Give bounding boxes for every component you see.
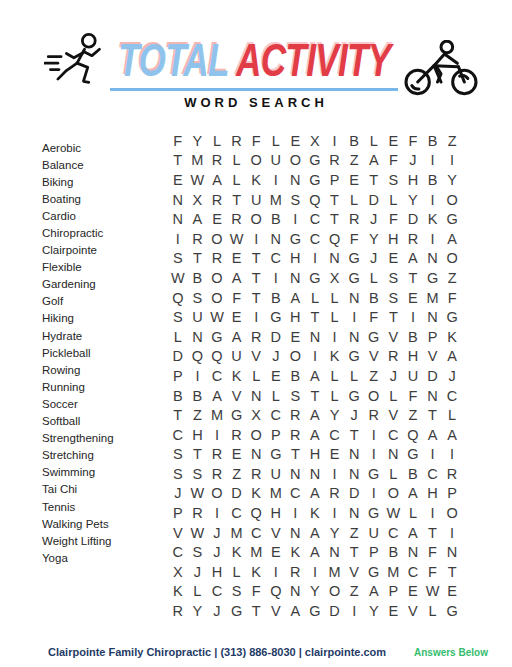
grid-cell[interactable]: A bbox=[207, 170, 227, 190]
grid-cell[interactable]: E bbox=[403, 288, 423, 308]
grid-cell[interactable]: P bbox=[423, 327, 443, 347]
grid-cell[interactable]: U bbox=[266, 464, 286, 484]
grid-cell[interactable]: R bbox=[207, 464, 227, 484]
grid-cell[interactable]: L bbox=[384, 190, 404, 210]
grid-cell[interactable]: S bbox=[227, 582, 247, 602]
grid-cell[interactable]: E bbox=[384, 601, 404, 621]
grid-cell[interactable]: R bbox=[325, 484, 345, 504]
grid-cell[interactable]: M bbox=[188, 151, 208, 171]
grid-cell[interactable]: L bbox=[188, 582, 208, 602]
grid-cell[interactable]: E bbox=[207, 209, 227, 229]
grid-cell[interactable]: M bbox=[266, 190, 286, 210]
grid-cell[interactable]: S bbox=[384, 170, 404, 190]
grid-cell[interactable]: Y bbox=[364, 601, 384, 621]
grid-cell[interactable]: U bbox=[246, 190, 266, 210]
grid-cell[interactable]: I bbox=[266, 562, 286, 582]
grid-cell[interactable]: N bbox=[246, 386, 266, 406]
grid-cell[interactable]: V bbox=[227, 386, 247, 406]
grid-cell[interactable]: F bbox=[403, 131, 423, 151]
grid-cell[interactable]: C bbox=[286, 484, 306, 504]
grid-cell[interactable]: S bbox=[168, 307, 188, 327]
grid-cell[interactable]: V bbox=[246, 347, 266, 367]
grid-cell[interactable]: T bbox=[168, 151, 188, 171]
grid-cell[interactable]: I bbox=[364, 425, 384, 445]
grid-cell[interactable]: K bbox=[305, 503, 325, 523]
grid-cell[interactable]: N bbox=[325, 249, 345, 269]
grid-cell[interactable]: G bbox=[344, 268, 364, 288]
grid-cell[interactable]: P bbox=[384, 582, 404, 602]
grid-cell[interactable]: G bbox=[364, 327, 384, 347]
grid-cell[interactable]: I bbox=[403, 307, 423, 327]
grid-cell[interactable]: D bbox=[168, 347, 188, 367]
grid-cell[interactable]: E bbox=[266, 366, 286, 386]
grid-cell[interactable]: J bbox=[344, 405, 364, 425]
grid-cell[interactable]: T bbox=[344, 542, 364, 562]
grid-cell[interactable]: G bbox=[266, 307, 286, 327]
grid-cell[interactable]: V bbox=[403, 601, 423, 621]
grid-cell[interactable]: Y bbox=[442, 170, 462, 190]
grid-cell[interactable]: P bbox=[325, 170, 345, 190]
grid-cell[interactable]: Z bbox=[442, 268, 462, 288]
grid-cell[interactable]: F bbox=[423, 562, 443, 582]
grid-cell[interactable]: D bbox=[423, 366, 443, 386]
grid-cell[interactable]: K bbox=[423, 209, 443, 229]
grid-cell[interactable]: A bbox=[286, 288, 306, 308]
grid-cell[interactable]: Y bbox=[325, 405, 345, 425]
grid-cell[interactable]: L bbox=[325, 366, 345, 386]
grid-cell[interactable]: M bbox=[325, 562, 345, 582]
grid-cell[interactable]: Z bbox=[344, 523, 364, 543]
grid-cell[interactable]: P bbox=[168, 366, 188, 386]
grid-cell[interactable]: W bbox=[188, 170, 208, 190]
grid-cell[interactable]: G bbox=[403, 445, 423, 465]
grid-cell[interactable]: L bbox=[364, 268, 384, 288]
grid-cell[interactable]: E bbox=[266, 542, 286, 562]
grid-cell[interactable]: R bbox=[207, 445, 227, 465]
grid-cell[interactable]: I bbox=[442, 523, 462, 543]
grid-cell[interactable]: Z bbox=[344, 151, 364, 171]
grid-cell[interactable]: L bbox=[305, 288, 325, 308]
grid-cell[interactable]: G bbox=[364, 503, 384, 523]
grid-cell[interactable]: X bbox=[246, 405, 266, 425]
grid-cell[interactable]: F bbox=[384, 209, 404, 229]
grid-cell[interactable]: E bbox=[384, 249, 404, 269]
grid-cell[interactable]: B bbox=[423, 170, 443, 190]
grid-cell[interactable]: L bbox=[423, 601, 443, 621]
grid-cell[interactable]: R bbox=[168, 601, 188, 621]
grid-cell[interactable]: J bbox=[207, 523, 227, 543]
grid-cell[interactable]: G bbox=[286, 229, 306, 249]
grid-cell[interactable]: E bbox=[227, 249, 247, 269]
grid-cell[interactable]: Q bbox=[403, 425, 423, 445]
grid-cell[interactable]: N bbox=[344, 503, 364, 523]
grid-cell[interactable]: P bbox=[168, 503, 188, 523]
grid-cell[interactable]: Y bbox=[325, 523, 345, 543]
grid-cell[interactable]: Y bbox=[305, 582, 325, 602]
grid-cell[interactable]: S bbox=[384, 288, 404, 308]
grid-cell[interactable]: E bbox=[325, 445, 345, 465]
grid-cell[interactable]: L bbox=[168, 327, 188, 347]
grid-cell[interactable]: I bbox=[266, 170, 286, 190]
grid-cell[interactable]: R bbox=[286, 425, 306, 445]
grid-cell[interactable]: J bbox=[168, 484, 188, 504]
grid-cell[interactable]: Q bbox=[207, 347, 227, 367]
grid-cell[interactable]: P bbox=[442, 484, 462, 504]
grid-cell[interactable]: N bbox=[246, 445, 266, 465]
grid-cell[interactable]: R bbox=[384, 347, 404, 367]
grid-cell[interactable]: X bbox=[305, 131, 325, 151]
grid-cell[interactable]: A bbox=[364, 582, 384, 602]
grid-cell[interactable]: M bbox=[266, 484, 286, 504]
grid-cell[interactable]: C bbox=[207, 366, 227, 386]
grid-cell[interactable]: J bbox=[364, 249, 384, 269]
grid-cell[interactable]: B bbox=[344, 131, 364, 151]
grid-cell[interactable]: X bbox=[168, 562, 188, 582]
grid-cell[interactable]: C bbox=[325, 425, 345, 445]
grid-cell[interactable]: R bbox=[403, 229, 423, 249]
grid-cell[interactable]: T bbox=[364, 170, 384, 190]
grid-cell[interactable]: B bbox=[403, 327, 423, 347]
grid-cell[interactable]: E bbox=[168, 170, 188, 190]
grid-cell[interactable]: I bbox=[305, 249, 325, 269]
grid-cell[interactable]: I bbox=[305, 347, 325, 367]
grid-cell[interactable]: Q bbox=[325, 229, 345, 249]
grid-cell[interactable]: Q bbox=[305, 190, 325, 210]
grid-cell[interactable]: W bbox=[168, 268, 188, 288]
grid-cell[interactable]: R bbox=[246, 464, 266, 484]
grid-cell[interactable]: N bbox=[344, 445, 364, 465]
grid-cell[interactable]: K bbox=[246, 484, 266, 504]
grid-cell[interactable]: W bbox=[207, 307, 227, 327]
grid-cell[interactable]: N bbox=[305, 327, 325, 347]
grid-cell[interactable]: B bbox=[266, 209, 286, 229]
grid-cell[interactable]: S bbox=[286, 190, 306, 210]
grid-cell[interactable]: O bbox=[384, 484, 404, 504]
grid-cell[interactable]: A bbox=[403, 484, 423, 504]
grid-cell[interactable]: M bbox=[207, 405, 227, 425]
grid-cell[interactable]: A bbox=[305, 366, 325, 386]
grid-cell[interactable]: D bbox=[344, 484, 364, 504]
grid-cell[interactable]: P bbox=[266, 425, 286, 445]
grid-cell[interactable]: W bbox=[423, 582, 443, 602]
grid-cell[interactable]: W bbox=[384, 503, 404, 523]
grid-cell[interactable]: S bbox=[286, 386, 306, 406]
grid-cell[interactable]: C bbox=[384, 425, 404, 445]
grid-cell[interactable]: O bbox=[207, 288, 227, 308]
grid-cell[interactable]: I bbox=[364, 484, 384, 504]
grid-cell[interactable]: A bbox=[286, 601, 306, 621]
grid-cell[interactable]: C bbox=[305, 209, 325, 229]
grid-cell[interactable]: J bbox=[364, 209, 384, 229]
grid-cell[interactable]: V bbox=[344, 562, 364, 582]
grid-cell[interactable]: E bbox=[403, 582, 423, 602]
grid-cell[interactable]: N bbox=[344, 327, 364, 347]
grid-cell[interactable]: J bbox=[207, 542, 227, 562]
grid-cell[interactable]: R bbox=[325, 151, 345, 171]
grid-cell[interactable]: O bbox=[442, 503, 462, 523]
grid-cell[interactable]: O bbox=[207, 229, 227, 249]
grid-cell[interactable]: J bbox=[403, 151, 423, 171]
grid-cell[interactable]: M bbox=[227, 523, 247, 543]
grid-cell[interactable]: H bbox=[286, 307, 306, 327]
grid-cell[interactable]: Q bbox=[266, 582, 286, 602]
grid-cell[interactable]: L bbox=[344, 366, 364, 386]
grid-cell[interactable]: O bbox=[286, 347, 306, 367]
grid-cell[interactable]: I bbox=[168, 229, 188, 249]
grid-cell[interactable]: R bbox=[442, 464, 462, 484]
grid-cell[interactable]: G bbox=[207, 327, 227, 347]
grid-cell[interactable]: G bbox=[344, 249, 364, 269]
grid-cell[interactable]: G bbox=[227, 601, 247, 621]
grid-cell[interactable]: E bbox=[442, 582, 462, 602]
grid-cell[interactable]: K bbox=[325, 347, 345, 367]
grid-cell[interactable]: V bbox=[423, 347, 443, 367]
grid-cell[interactable]: R bbox=[207, 249, 227, 269]
grid-cell[interactable]: X bbox=[188, 190, 208, 210]
grid-cell[interactable]: J bbox=[442, 366, 462, 386]
grid-cell[interactable]: B bbox=[266, 288, 286, 308]
grid-cell[interactable]: T bbox=[384, 307, 404, 327]
grid-cell[interactable]: G bbox=[305, 601, 325, 621]
grid-cell[interactable]: C bbox=[384, 523, 404, 543]
grid-cell[interactable]: T bbox=[246, 249, 266, 269]
grid-cell[interactable]: L bbox=[227, 170, 247, 190]
grid-cell[interactable]: W bbox=[227, 229, 247, 249]
grid-cell[interactable]: T bbox=[227, 190, 247, 210]
grid-cell[interactable]: N bbox=[286, 523, 306, 543]
grid-cell[interactable]: I bbox=[325, 503, 345, 523]
grid-cell[interactable]: M bbox=[423, 288, 443, 308]
grid-cell[interactable]: L bbox=[403, 503, 423, 523]
grid-cell[interactable]: Y bbox=[188, 131, 208, 151]
grid-cell[interactable]: O bbox=[325, 582, 345, 602]
grid-cell[interactable]: A bbox=[227, 327, 247, 347]
grid-cell[interactable]: A bbox=[403, 249, 423, 269]
grid-cell[interactable]: G bbox=[423, 268, 443, 288]
grid-cell[interactable]: C bbox=[403, 562, 423, 582]
grid-cell[interactable]: Z bbox=[364, 366, 384, 386]
grid-cell[interactable]: R bbox=[188, 229, 208, 249]
grid-cell[interactable]: O bbox=[207, 268, 227, 288]
grid-cell[interactable]: F bbox=[246, 582, 266, 602]
grid-cell[interactable]: V bbox=[384, 327, 404, 347]
grid-cell[interactable]: N bbox=[423, 249, 443, 269]
grid-cell[interactable]: U bbox=[403, 366, 423, 386]
grid-cell[interactable]: G bbox=[266, 445, 286, 465]
grid-cell[interactable]: I bbox=[442, 445, 462, 465]
grid-cell[interactable]: Z bbox=[227, 464, 247, 484]
grid-cell[interactable]: T bbox=[423, 405, 443, 425]
grid-cell[interactable]: H bbox=[188, 425, 208, 445]
grid-cell[interactable]: L bbox=[384, 386, 404, 406]
grid-cell[interactable]: A bbox=[305, 405, 325, 425]
grid-cell[interactable]: A bbox=[305, 523, 325, 543]
grid-cell[interactable]: A bbox=[227, 268, 247, 288]
grid-cell[interactable]: L bbox=[207, 131, 227, 151]
grid-cell[interactable]: G bbox=[305, 151, 325, 171]
grid-cell[interactable]: G bbox=[344, 347, 364, 367]
grid-cell[interactable]: I bbox=[325, 131, 345, 151]
grid-cell[interactable]: T bbox=[188, 249, 208, 269]
grid-cell[interactable]: G bbox=[364, 562, 384, 582]
grid-cell[interactable]: V bbox=[384, 405, 404, 425]
grid-cell[interactable]: C bbox=[246, 523, 266, 543]
grid-cell[interactable]: F bbox=[442, 288, 462, 308]
grid-cell[interactable]: B bbox=[168, 386, 188, 406]
grid-cell[interactable]: Q bbox=[246, 503, 266, 523]
grid-cell[interactable]: E bbox=[286, 327, 306, 347]
grid-cell[interactable]: L bbox=[384, 464, 404, 484]
grid-cell[interactable]: F bbox=[246, 131, 266, 151]
grid-cell[interactable]: Y bbox=[188, 601, 208, 621]
grid-cell[interactable]: L bbox=[246, 366, 266, 386]
grid-cell[interactable]: H bbox=[266, 503, 286, 523]
grid-cell[interactable]: R bbox=[286, 405, 306, 425]
grid-cell[interactable]: P bbox=[364, 542, 384, 562]
grid-cell[interactable]: R bbox=[207, 151, 227, 171]
grid-cell[interactable]: L bbox=[364, 131, 384, 151]
grid-cell[interactable]: B bbox=[188, 386, 208, 406]
grid-cell[interactable]: V bbox=[364, 347, 384, 367]
grid-cell[interactable]: K bbox=[442, 327, 462, 347]
grid-cell[interactable]: I bbox=[344, 307, 364, 327]
grid-cell[interactable]: R bbox=[188, 503, 208, 523]
grid-cell[interactable]: A bbox=[305, 484, 325, 504]
grid-cell[interactable]: C bbox=[266, 249, 286, 269]
grid-cell[interactable]: X bbox=[325, 268, 345, 288]
grid-cell[interactable]: T bbox=[344, 425, 364, 445]
grid-cell[interactable]: R bbox=[227, 425, 247, 445]
grid-cell[interactable]: F bbox=[344, 229, 364, 249]
grid-cell[interactable]: L bbox=[266, 386, 286, 406]
grid-cell[interactable]: B bbox=[384, 542, 404, 562]
grid-cell[interactable]: G bbox=[364, 464, 384, 484]
grid-cell[interactable]: G bbox=[305, 268, 325, 288]
grid-cell[interactable]: B bbox=[364, 288, 384, 308]
grid-cell[interactable]: L bbox=[227, 562, 247, 582]
grid-cell[interactable]: I bbox=[305, 562, 325, 582]
grid-cell[interactable]: G bbox=[442, 209, 462, 229]
grid-cell[interactable]: I bbox=[207, 503, 227, 523]
grid-cell[interactable]: C bbox=[168, 542, 188, 562]
grid-cell[interactable]: U bbox=[364, 523, 384, 543]
grid-cell[interactable]: U bbox=[266, 151, 286, 171]
grid-cell[interactable]: S bbox=[188, 542, 208, 562]
grid-cell[interactable]: B bbox=[423, 131, 443, 151]
grid-cell[interactable]: O bbox=[246, 151, 266, 171]
grid-cell[interactable]: N bbox=[384, 445, 404, 465]
grid-cell[interactable]: C bbox=[227, 503, 247, 523]
grid-cell[interactable]: I bbox=[325, 327, 345, 347]
grid-cell[interactable]: A bbox=[442, 347, 462, 367]
grid-cell[interactable]: I bbox=[423, 151, 443, 171]
grid-cell[interactable]: D bbox=[266, 327, 286, 347]
grid-cell[interactable]: C bbox=[168, 425, 188, 445]
grid-cell[interactable]: T bbox=[246, 288, 266, 308]
grid-cell[interactable]: O bbox=[246, 209, 266, 229]
grid-cell[interactable]: O bbox=[442, 190, 462, 210]
grid-cell[interactable]: A bbox=[207, 386, 227, 406]
grid-cell[interactable]: D bbox=[325, 601, 345, 621]
grid-cell[interactable]: C bbox=[207, 582, 227, 602]
grid-cell[interactable]: N bbox=[266, 229, 286, 249]
grid-cell[interactable]: V bbox=[266, 523, 286, 543]
grid-cell[interactable]: S bbox=[384, 268, 404, 288]
grid-cell[interactable]: F bbox=[423, 542, 443, 562]
grid-cell[interactable]: G bbox=[227, 405, 247, 425]
grid-cell[interactable]: O bbox=[442, 249, 462, 269]
grid-cell[interactable]: S bbox=[188, 288, 208, 308]
grid-cell[interactable]: J bbox=[188, 562, 208, 582]
grid-cell[interactable]: R bbox=[364, 405, 384, 425]
grid-cell[interactable]: V bbox=[168, 523, 188, 543]
grid-cell[interactable]: A bbox=[364, 151, 384, 171]
grid-cell[interactable]: N bbox=[442, 542, 462, 562]
grid-cell[interactable]: O bbox=[207, 484, 227, 504]
grid-cell[interactable]: W bbox=[188, 523, 208, 543]
grid-cell[interactable]: A bbox=[403, 523, 423, 543]
grid-cell[interactable]: I bbox=[207, 425, 227, 445]
grid-cell[interactable]: M bbox=[246, 542, 266, 562]
grid-cell[interactable]: L bbox=[344, 190, 364, 210]
grid-cell[interactable]: L bbox=[325, 386, 345, 406]
grid-cell[interactable]: C bbox=[423, 464, 443, 484]
grid-cell[interactable]: T bbox=[423, 523, 443, 543]
grid-cell[interactable]: Z bbox=[442, 131, 462, 151]
grid-cell[interactable]: O bbox=[364, 386, 384, 406]
grid-cell[interactable]: R bbox=[286, 562, 306, 582]
grid-cell[interactable]: H bbox=[403, 170, 423, 190]
grid-cell[interactable]: S bbox=[168, 249, 188, 269]
grid-cell[interactable]: Y bbox=[364, 229, 384, 249]
grid-cell[interactable]: T bbox=[246, 601, 266, 621]
grid-cell[interactable]: D bbox=[364, 190, 384, 210]
grid-cell[interactable]: I bbox=[423, 503, 443, 523]
grid-cell[interactable]: D bbox=[227, 484, 247, 504]
grid-cell[interactable]: D bbox=[403, 209, 423, 229]
grid-cell[interactable]: Q bbox=[188, 347, 208, 367]
grid-cell[interactable]: E bbox=[384, 131, 404, 151]
grid-cell[interactable]: U bbox=[227, 347, 247, 367]
grid-cell[interactable]: U bbox=[188, 307, 208, 327]
grid-cell[interactable]: G bbox=[442, 601, 462, 621]
grid-cell[interactable]: T bbox=[305, 386, 325, 406]
grid-cell[interactable]: S bbox=[188, 464, 208, 484]
grid-cell[interactable]: W bbox=[188, 484, 208, 504]
grid-cell[interactable]: L bbox=[442, 405, 462, 425]
grid-cell[interactable]: T bbox=[286, 445, 306, 465]
grid-cell[interactable]: K bbox=[286, 542, 306, 562]
grid-cell[interactable]: Y bbox=[403, 190, 423, 210]
grid-cell[interactable]: I bbox=[286, 503, 306, 523]
grid-cell[interactable]: K bbox=[227, 542, 247, 562]
grid-cell[interactable]: A bbox=[442, 229, 462, 249]
grid-cell[interactable]: I bbox=[286, 209, 306, 229]
grid-cell[interactable]: V bbox=[266, 601, 286, 621]
grid-cell[interactable]: N bbox=[305, 464, 325, 484]
grid-cell[interactable]: N bbox=[344, 288, 364, 308]
grid-cell[interactable]: N bbox=[403, 542, 423, 562]
grid-cell[interactable]: J bbox=[384, 366, 404, 386]
grid-cell[interactable]: H bbox=[423, 484, 443, 504]
grid-cell[interactable]: H bbox=[207, 562, 227, 582]
grid-cell[interactable]: L bbox=[227, 151, 247, 171]
grid-cell[interactable]: G bbox=[344, 386, 364, 406]
grid-cell[interactable]: I bbox=[188, 366, 208, 386]
grid-cell[interactable]: E bbox=[227, 445, 247, 465]
grid-cell[interactable]: R bbox=[344, 209, 364, 229]
grid-cell[interactable]: H bbox=[403, 347, 423, 367]
